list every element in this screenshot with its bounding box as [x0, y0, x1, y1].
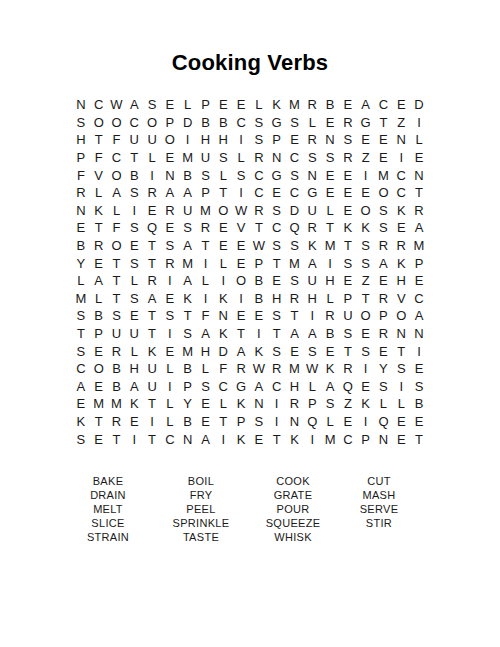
- grid-cell: T: [108, 430, 126, 448]
- grid-cell: I: [125, 202, 143, 220]
- grid-cell: S: [268, 342, 286, 360]
- grid-cell: E: [321, 166, 339, 184]
- grid-cell: O: [214, 202, 232, 220]
- grid-cell: S: [286, 237, 304, 255]
- grid-cell: P: [375, 307, 393, 325]
- grid-cell: E: [250, 307, 268, 325]
- grid-cell: I: [357, 413, 375, 431]
- grid-cell: S: [357, 342, 375, 360]
- grid-cell: U: [339, 307, 357, 325]
- grid-cell: E: [214, 219, 232, 237]
- grid-cell: U: [179, 202, 197, 220]
- grid-cell: H: [392, 272, 410, 290]
- grid-cell: F: [108, 219, 126, 237]
- grid-cell: S: [197, 378, 215, 396]
- grid-cell: L: [125, 342, 143, 360]
- grid-cell: T: [108, 254, 126, 272]
- grid-cell: I: [232, 184, 250, 202]
- word-bank-item: SERVE: [324, 502, 434, 516]
- grid-cell: Q: [286, 219, 304, 237]
- grid-cell: A: [410, 219, 428, 237]
- grid-cell: T: [143, 430, 161, 448]
- grid-cell: S: [339, 254, 357, 272]
- grid-cell: R: [303, 219, 321, 237]
- grid-cell: K: [179, 290, 197, 308]
- grid-cell: O: [108, 114, 126, 132]
- grid-cell: M: [179, 342, 197, 360]
- grid-cell: E: [161, 290, 179, 308]
- grid-cell: T: [179, 307, 197, 325]
- word-bank-item: WHISK: [238, 530, 348, 544]
- grid-cell: U: [143, 378, 161, 396]
- grid-cell: S: [375, 378, 393, 396]
- grid-cell: B: [179, 413, 197, 431]
- grid-cell: T: [286, 307, 304, 325]
- grid-cell: T: [214, 184, 232, 202]
- grid-cell: B: [321, 325, 339, 343]
- grid-cell: S: [250, 114, 268, 132]
- grid-cell: M: [321, 237, 339, 255]
- grid-cell: Q: [143, 219, 161, 237]
- grid-cell: E: [357, 325, 375, 343]
- grid-cell: R: [375, 290, 393, 308]
- grid-cell: O: [90, 360, 108, 378]
- grid-cell: T: [321, 219, 339, 237]
- grid-cell: T: [339, 342, 357, 360]
- grid-cell: K: [268, 96, 286, 114]
- grid-cell: K: [357, 395, 375, 413]
- grid-cell: S: [339, 325, 357, 343]
- grid-cell: T: [268, 325, 286, 343]
- grid-cell: S: [303, 149, 321, 167]
- grid-cell: C: [392, 184, 410, 202]
- grid-cell: R: [161, 202, 179, 220]
- grid-cell: E: [143, 202, 161, 220]
- grid-cell: I: [392, 378, 410, 396]
- grid-cell: B: [410, 395, 428, 413]
- grid-cell: A: [303, 254, 321, 272]
- grid-cell: M: [72, 290, 90, 308]
- grid-cell: A: [72, 378, 90, 396]
- grid-cell: D: [214, 342, 232, 360]
- grid-cell: Z: [357, 272, 375, 290]
- grid-cell: Q: [375, 413, 393, 431]
- grid-cell: S: [161, 237, 179, 255]
- grid-cell: P: [179, 378, 197, 396]
- grid-cell: R: [303, 96, 321, 114]
- grid-cell: F: [90, 149, 108, 167]
- grid-cell: P: [303, 395, 321, 413]
- grid-cell: U: [125, 131, 143, 149]
- grid-cell: L: [143, 149, 161, 167]
- grid-cell: G: [268, 114, 286, 132]
- grid-cell: M: [375, 166, 393, 184]
- grid-cell: C: [375, 96, 393, 114]
- grid-cell: C: [392, 166, 410, 184]
- grid-cell: P: [232, 413, 250, 431]
- grid-cell: L: [250, 96, 268, 114]
- grid-cell: I: [161, 378, 179, 396]
- grid-cell: L: [303, 114, 321, 132]
- grid-cell: E: [286, 342, 304, 360]
- grid-cell: C: [214, 378, 232, 396]
- grid-cell: L: [90, 184, 108, 202]
- grid-cell: Z: [357, 149, 375, 167]
- grid-cell: F: [197, 307, 215, 325]
- grid-cell: B: [321, 96, 339, 114]
- grid-cell: T: [90, 131, 108, 149]
- grid-cell: E: [90, 378, 108, 396]
- grid-cell: Z: [392, 114, 410, 132]
- grid-cell: S: [375, 219, 393, 237]
- grid-cell: E: [375, 131, 393, 149]
- grid-cell: L: [303, 378, 321, 396]
- grid-cell: O: [232, 272, 250, 290]
- grid-cell: S: [161, 307, 179, 325]
- grid-cell: E: [339, 272, 357, 290]
- grid-cell: N: [410, 166, 428, 184]
- grid-cell: A: [321, 378, 339, 396]
- grid-cell: E: [357, 131, 375, 149]
- grid-cell: V: [392, 290, 410, 308]
- grid-cell: G: [232, 378, 250, 396]
- grid-cell: S: [179, 325, 197, 343]
- grid-cell: S: [125, 290, 143, 308]
- grid-cell: I: [197, 290, 215, 308]
- grid-cell: E: [214, 237, 232, 255]
- grid-cell: Q: [339, 378, 357, 396]
- grid-cell: K: [214, 325, 232, 343]
- grid-cell: T: [214, 413, 232, 431]
- grid-cell: A: [197, 325, 215, 343]
- grid-cell: L: [410, 131, 428, 149]
- grid-cell: Y: [179, 395, 197, 413]
- grid-cell: K: [357, 219, 375, 237]
- grid-cell: R: [303, 131, 321, 149]
- grid-cell: H: [72, 131, 90, 149]
- grid-cell: T: [268, 430, 286, 448]
- grid-cell: E: [90, 254, 108, 272]
- grid-cell: O: [357, 202, 375, 220]
- grid-cell: L: [375, 395, 393, 413]
- grid-cell: L: [125, 272, 143, 290]
- grid-cell: N: [410, 325, 428, 343]
- grid-cell: I: [232, 131, 250, 149]
- grid-cell: W: [232, 202, 250, 220]
- grid-cell: B: [179, 166, 197, 184]
- grid-cell: A: [179, 184, 197, 202]
- grid-cell: K: [339, 219, 357, 237]
- grid-cell: W: [108, 96, 126, 114]
- grid-cell: E: [214, 96, 232, 114]
- grid-cell: U: [125, 325, 143, 343]
- grid-cell: S: [375, 202, 393, 220]
- grid-cell: E: [375, 272, 393, 290]
- grid-cell: U: [303, 202, 321, 220]
- grid-cell: N: [392, 131, 410, 149]
- grid-cell: P: [90, 325, 108, 343]
- grid-cell: I: [143, 413, 161, 431]
- grid-cell: R: [108, 342, 126, 360]
- grid-cell: P: [250, 254, 268, 272]
- grid-cell: S: [108, 307, 126, 325]
- grid-cell: U: [303, 272, 321, 290]
- grid-cell: R: [339, 360, 357, 378]
- grid-cell: C: [250, 166, 268, 184]
- grid-cell: K: [232, 430, 250, 448]
- grid-cell: T: [125, 149, 143, 167]
- grid-cell: M: [108, 395, 126, 413]
- grid-cell: L: [161, 413, 179, 431]
- grid-cell: B: [214, 114, 232, 132]
- grid-cell: E: [357, 184, 375, 202]
- grid-cell: P: [268, 131, 286, 149]
- grid-cell: S: [197, 166, 215, 184]
- grid-cell: I: [143, 166, 161, 184]
- grid-cell: S: [250, 413, 268, 431]
- grid-cell: O: [90, 114, 108, 132]
- word-bank-item: MASH: [324, 488, 434, 502]
- grid-cell: S: [179, 219, 197, 237]
- grid-cell: S: [286, 114, 304, 132]
- grid-cell: S: [72, 342, 90, 360]
- grid-cell: M: [179, 254, 197, 272]
- grid-cell: H: [197, 131, 215, 149]
- grid-cell: O: [392, 307, 410, 325]
- grid-cell: G: [303, 184, 321, 202]
- grid-cell: L: [232, 149, 250, 167]
- word-search-grid: NCWASELPEELKMRBEACEDSOOCOPDBBCSGSLERGTZI…: [72, 96, 428, 448]
- grid-cell: S: [72, 307, 90, 325]
- grid-cell: K: [72, 413, 90, 431]
- grid-cell: T: [375, 114, 393, 132]
- grid-cell: K: [286, 430, 304, 448]
- grid-cell: L: [197, 360, 215, 378]
- grid-cell: E: [375, 149, 393, 167]
- grid-cell: E: [161, 342, 179, 360]
- grid-cell: B: [250, 272, 268, 290]
- grid-cell: R: [197, 219, 215, 237]
- grid-cell: E: [392, 430, 410, 448]
- grid-cell: T: [197, 237, 215, 255]
- grid-cell: S: [250, 131, 268, 149]
- grid-cell: H: [125, 360, 143, 378]
- grid-cell: A: [375, 254, 393, 272]
- grid-cell: S: [72, 114, 90, 132]
- grid-cell: C: [72, 360, 90, 378]
- grid-cell: S: [72, 430, 90, 448]
- grid-cell: R: [90, 237, 108, 255]
- grid-cell: R: [339, 149, 357, 167]
- grid-cell: R: [392, 237, 410, 255]
- grid-cell: I: [161, 325, 179, 343]
- grid-cell: N: [72, 202, 90, 220]
- grid-cell: L: [392, 395, 410, 413]
- grid-cell: R: [375, 237, 393, 255]
- grid-cell: H: [303, 290, 321, 308]
- grid-cell: T: [90, 413, 108, 431]
- grid-cell: N: [250, 395, 268, 413]
- grid-cell: A: [286, 325, 304, 343]
- grid-cell: L: [214, 166, 232, 184]
- grid-cell: O: [108, 166, 126, 184]
- grid-cell: N: [179, 430, 197, 448]
- grid-cell: E: [410, 149, 428, 167]
- grid-cell: K: [250, 342, 268, 360]
- grid-cell: P: [161, 114, 179, 132]
- grid-cell: C: [125, 114, 143, 132]
- grid-cell: H: [321, 272, 339, 290]
- grid-cell: K: [303, 237, 321, 255]
- grid-cell: R: [108, 413, 126, 431]
- grid-cell: K: [90, 202, 108, 220]
- grid-cell: L: [214, 395, 232, 413]
- grid-cell: L: [321, 290, 339, 308]
- grid-cell: Y: [375, 360, 393, 378]
- grid-cell: A: [161, 184, 179, 202]
- grid-cell: M: [321, 430, 339, 448]
- grid-cell: E: [90, 430, 108, 448]
- grid-cell: E: [268, 184, 286, 202]
- grid-cell: S: [357, 237, 375, 255]
- grid-cell: E: [410, 272, 428, 290]
- grid-cell: L: [108, 202, 126, 220]
- grid-cell: E: [197, 395, 215, 413]
- word-bank: BAKEDRAINMELTSLICESTRAINBOILFRYPEELSPRIN…: [0, 474, 500, 546]
- grid-cell: I: [321, 254, 339, 272]
- grid-cell: B: [179, 360, 197, 378]
- grid-cell: T: [339, 237, 357, 255]
- word-bank-column: CUTMASHSERVESTIR: [324, 474, 434, 530]
- grid-cell: I: [250, 325, 268, 343]
- grid-cell: S: [286, 272, 304, 290]
- grid-cell: E: [161, 219, 179, 237]
- grid-cell: E: [90, 342, 108, 360]
- grid-cell: S: [125, 219, 143, 237]
- grid-cell: R: [410, 202, 428, 220]
- grid-cell: E: [339, 184, 357, 202]
- grid-cell: I: [179, 131, 197, 149]
- grid-cell: E: [410, 413, 428, 431]
- grid-cell: F: [214, 360, 232, 378]
- grid-cell: E: [321, 184, 339, 202]
- grid-cell: L: [214, 254, 232, 272]
- grid-cell: I: [125, 430, 143, 448]
- grid-cell: N: [392, 325, 410, 343]
- grid-cell: S: [125, 254, 143, 272]
- grid-cell: W: [250, 360, 268, 378]
- grid-cell: W: [250, 237, 268, 255]
- grid-cell: G: [268, 166, 286, 184]
- grid-cell: N: [286, 413, 304, 431]
- grid-cell: T: [143, 254, 161, 272]
- grid-cell: R: [250, 149, 268, 167]
- grid-cell: E: [232, 254, 250, 272]
- grid-cell: I: [357, 360, 375, 378]
- grid-cell: C: [90, 96, 108, 114]
- grid-cell: I: [410, 114, 428, 132]
- grid-cell: U: [108, 325, 126, 343]
- grid-cell: A: [197, 430, 215, 448]
- grid-cell: O: [161, 131, 179, 149]
- grid-cell: Y: [72, 254, 90, 272]
- grid-cell: R: [232, 360, 250, 378]
- grid-cell: H: [286, 378, 304, 396]
- grid-cell: I: [214, 430, 232, 448]
- grid-cell: Q: [303, 413, 321, 431]
- grid-cell: M: [286, 360, 304, 378]
- grid-cell: P: [357, 430, 375, 448]
- grid-cell: E: [392, 413, 410, 431]
- grid-cell: E: [232, 237, 250, 255]
- grid-cell: S: [268, 202, 286, 220]
- grid-cell: M: [410, 237, 428, 255]
- grid-cell: U: [143, 360, 161, 378]
- grid-cell: T: [232, 325, 250, 343]
- grid-cell: E: [392, 96, 410, 114]
- grid-cell: A: [357, 96, 375, 114]
- grid-cell: A: [250, 378, 268, 396]
- grid-cell: B: [125, 166, 143, 184]
- grid-cell: C: [161, 430, 179, 448]
- grid-cell: R: [161, 254, 179, 272]
- grid-cell: I: [268, 413, 286, 431]
- grid-cell: E: [72, 395, 90, 413]
- grid-cell: T: [143, 395, 161, 413]
- grid-cell: N: [321, 131, 339, 149]
- grid-cell: A: [125, 378, 143, 396]
- grid-cell: C: [286, 184, 304, 202]
- grid-cell: I: [232, 290, 250, 308]
- grid-cell: K: [392, 254, 410, 272]
- grid-cell: I: [303, 430, 321, 448]
- grid-cell: N: [268, 149, 286, 167]
- grid-cell: R: [339, 114, 357, 132]
- grid-cell: E: [410, 360, 428, 378]
- grid-cell: K: [125, 395, 143, 413]
- grid-cell: I: [268, 395, 286, 413]
- grid-cell: V: [90, 166, 108, 184]
- grid-cell: T: [410, 430, 428, 448]
- grid-cell: E: [161, 96, 179, 114]
- grid-cell: L: [179, 96, 197, 114]
- grid-cell: E: [125, 237, 143, 255]
- grid-cell: H: [268, 290, 286, 308]
- grid-cell: C: [232, 114, 250, 132]
- grid-cell: N: [303, 166, 321, 184]
- grid-cell: E: [268, 272, 286, 290]
- grid-cell: O: [357, 307, 375, 325]
- grid-cell: C: [268, 219, 286, 237]
- grid-cell: I: [197, 254, 215, 272]
- grid-cell: S: [321, 395, 339, 413]
- grid-cell: K: [321, 360, 339, 378]
- grid-cell: T: [392, 342, 410, 360]
- grid-cell: S: [125, 184, 143, 202]
- grid-cell: E: [250, 430, 268, 448]
- grid-cell: A: [303, 325, 321, 343]
- grid-cell: P: [339, 290, 357, 308]
- grid-cell: E: [375, 342, 393, 360]
- grid-cell: E: [161, 149, 179, 167]
- grid-cell: T: [143, 237, 161, 255]
- grid-cell: L: [161, 395, 179, 413]
- grid-cell: R: [268, 360, 286, 378]
- grid-cell: A: [108, 184, 126, 202]
- grid-cell: K: [143, 342, 161, 360]
- grid-cell: L: [72, 272, 90, 290]
- grid-cell: W: [303, 360, 321, 378]
